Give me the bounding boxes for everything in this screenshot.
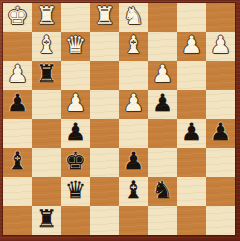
square-c4[interactable]: ♟ <box>61 119 90 148</box>
square-e3[interactable]: ♟ <box>119 148 148 177</box>
square-h1[interactable] <box>206 206 235 235</box>
square-e1[interactable] <box>119 206 148 235</box>
piece-white-knight[interactable]: ♞ <box>123 2 145 31</box>
square-h3[interactable] <box>206 148 235 177</box>
piece-white-rook[interactable]: ♜ <box>36 2 58 31</box>
square-h8[interactable] <box>206 3 235 32</box>
square-d4[interactable] <box>90 119 119 148</box>
square-c1[interactable] <box>61 206 90 235</box>
square-c3[interactable]: ♚ <box>61 148 90 177</box>
square-a3[interactable]: ♝ <box>3 148 32 177</box>
square-b8[interactable]: ♜ <box>32 3 61 32</box>
square-b7[interactable]: ♝ <box>32 32 61 61</box>
square-f4[interactable] <box>148 119 177 148</box>
board-frame: ♚♜♜♞♝♛♝♟♟♟♜♟♟♟♟♟♟♟♟♝♚♟♛♝♞♜ <box>0 0 240 241</box>
piece-white-bishop[interactable]: ♝ <box>123 31 145 60</box>
square-f2[interactable]: ♞ <box>148 177 177 206</box>
square-f5[interactable]: ♟ <box>148 90 177 119</box>
piece-black-bishop[interactable]: ♝ <box>7 147 29 176</box>
square-d6[interactable] <box>90 61 119 90</box>
square-b6[interactable]: ♜ <box>32 61 61 90</box>
piece-black-pawn[interactable]: ♟ <box>181 118 203 147</box>
square-h6[interactable] <box>206 61 235 90</box>
square-g6[interactable] <box>177 61 206 90</box>
square-a2[interactable] <box>3 177 32 206</box>
square-d7[interactable] <box>90 32 119 61</box>
square-d1[interactable] <box>90 206 119 235</box>
square-f6[interactable]: ♟ <box>148 61 177 90</box>
piece-black-pawn[interactable]: ♟ <box>210 118 232 147</box>
square-a7[interactable] <box>3 32 32 61</box>
piece-white-rook[interactable]: ♜ <box>94 2 116 31</box>
piece-black-rook[interactable]: ♜ <box>36 60 58 89</box>
piece-black-pawn[interactable]: ♟ <box>7 89 29 118</box>
square-f1[interactable] <box>148 206 177 235</box>
square-g2[interactable] <box>177 177 206 206</box>
square-a1[interactable] <box>3 206 32 235</box>
square-c6[interactable] <box>61 61 90 90</box>
square-b1[interactable]: ♜ <box>32 206 61 235</box>
square-a5[interactable]: ♟ <box>3 90 32 119</box>
square-g3[interactable] <box>177 148 206 177</box>
square-a4[interactable] <box>3 119 32 148</box>
piece-white-pawn[interactable]: ♟ <box>65 89 87 118</box>
piece-black-rook[interactable]: ♜ <box>36 205 58 234</box>
square-g7[interactable]: ♟ <box>177 32 206 61</box>
piece-black-knight[interactable]: ♞ <box>152 176 174 205</box>
square-e5[interactable]: ♟ <box>119 90 148 119</box>
square-a6[interactable]: ♟ <box>3 61 32 90</box>
piece-white-pawn[interactable]: ♟ <box>152 60 174 89</box>
square-d2[interactable] <box>90 177 119 206</box>
square-h4[interactable]: ♟ <box>206 119 235 148</box>
piece-white-queen[interactable]: ♛ <box>65 31 87 60</box>
square-h7[interactable]: ♟ <box>206 32 235 61</box>
square-g4[interactable]: ♟ <box>177 119 206 148</box>
square-e2[interactable]: ♝ <box>119 177 148 206</box>
piece-black-pawn[interactable]: ♟ <box>152 89 174 118</box>
square-f8[interactable] <box>148 3 177 32</box>
square-b2[interactable] <box>32 177 61 206</box>
square-b3[interactable] <box>32 148 61 177</box>
square-b4[interactable] <box>32 119 61 148</box>
piece-white-pawn[interactable]: ♟ <box>181 31 203 60</box>
square-c5[interactable]: ♟ <box>61 90 90 119</box>
square-c2[interactable]: ♛ <box>61 177 90 206</box>
square-g1[interactable] <box>177 206 206 235</box>
square-e7[interactable]: ♝ <box>119 32 148 61</box>
square-c8[interactable] <box>61 3 90 32</box>
piece-white-pawn[interactable]: ♟ <box>123 89 145 118</box>
square-g8[interactable] <box>177 3 206 32</box>
square-e6[interactable] <box>119 61 148 90</box>
piece-black-queen[interactable]: ♛ <box>65 176 87 205</box>
piece-black-bishop[interactable]: ♝ <box>123 176 145 205</box>
square-g5[interactable] <box>177 90 206 119</box>
square-a8[interactable]: ♚ <box>3 3 32 32</box>
square-h2[interactable] <box>206 177 235 206</box>
piece-white-bishop[interactable]: ♝ <box>36 31 58 60</box>
square-h5[interactable] <box>206 90 235 119</box>
chess-board: ♚♜♜♞♝♛♝♟♟♟♜♟♟♟♟♟♟♟♟♝♚♟♛♝♞♜ <box>3 3 235 235</box>
piece-white-king[interactable]: ♚ <box>7 2 29 31</box>
square-b5[interactable] <box>32 90 61 119</box>
square-d8[interactable]: ♜ <box>90 3 119 32</box>
piece-black-pawn[interactable]: ♟ <box>65 118 87 147</box>
piece-white-pawn[interactable]: ♟ <box>210 31 232 60</box>
square-e8[interactable]: ♞ <box>119 3 148 32</box>
piece-black-king[interactable]: ♚ <box>65 147 87 176</box>
square-f7[interactable] <box>148 32 177 61</box>
square-d5[interactable] <box>90 90 119 119</box>
piece-black-pawn[interactable]: ♟ <box>123 147 145 176</box>
piece-white-pawn[interactable]: ♟ <box>7 60 29 89</box>
square-d3[interactable] <box>90 148 119 177</box>
square-f3[interactable] <box>148 148 177 177</box>
square-e4[interactable] <box>119 119 148 148</box>
square-c7[interactable]: ♛ <box>61 32 90 61</box>
